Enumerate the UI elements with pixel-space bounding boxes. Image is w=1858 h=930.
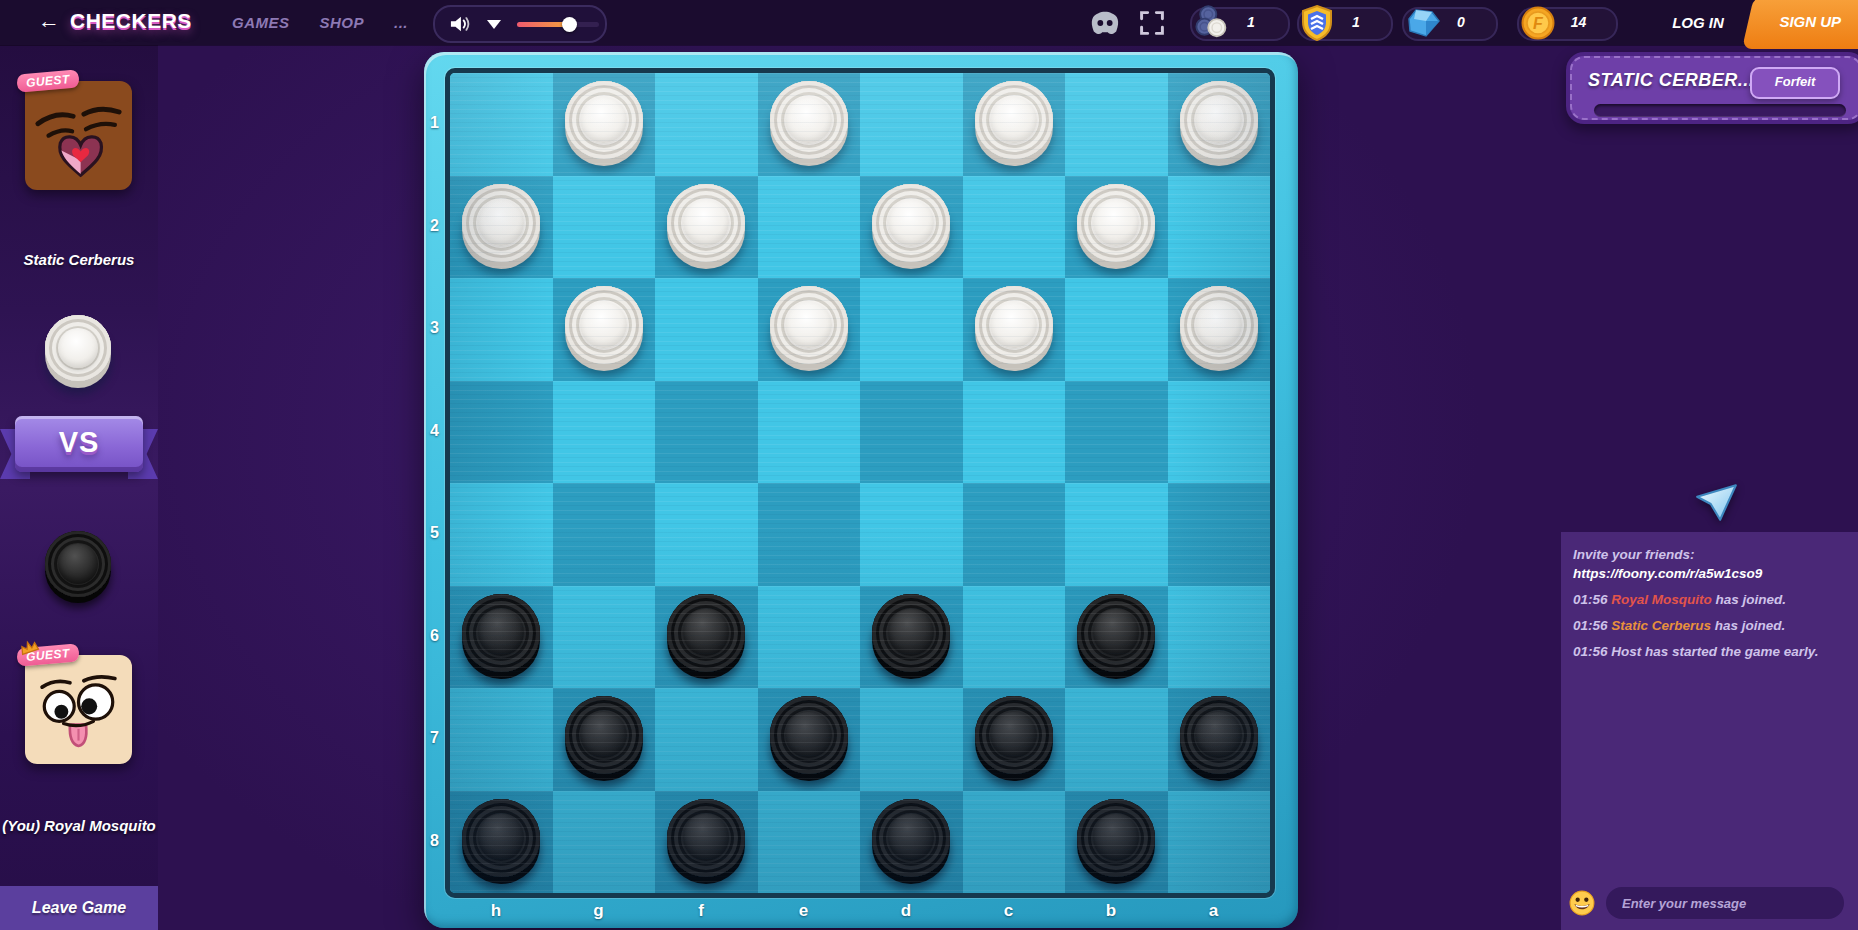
square-f4[interactable]	[655, 381, 758, 484]
white-man-a1[interactable]	[1180, 81, 1258, 159]
back-arrow-icon[interactable]: ←	[38, 8, 60, 34]
square-f8[interactable]	[655, 791, 758, 894]
chat-message-input[interactable]	[1606, 887, 1844, 919]
volume-slider[interactable]	[517, 22, 599, 27]
black-man-e7[interactable]	[770, 696, 848, 774]
square-h1[interactable]	[450, 73, 553, 176]
discord-icon[interactable]	[1086, 9, 1124, 37]
black-man-d8[interactable]	[872, 799, 950, 877]
square-d4[interactable]	[860, 381, 963, 484]
square-d8[interactable]	[860, 791, 963, 894]
square-f7[interactable]	[655, 688, 758, 791]
row-label-2: 2	[424, 217, 445, 235]
fullscreen-icon[interactable]	[1139, 10, 1165, 36]
square-e4[interactable]	[758, 381, 861, 484]
square-h3[interactable]	[450, 278, 553, 381]
row-label-7: 7	[424, 729, 445, 747]
square-c1[interactable]	[963, 73, 1066, 176]
coins-counter[interactable]: F 14	[1517, 7, 1618, 41]
square-g2[interactable]	[553, 176, 656, 279]
chat-messages: Invite your friends:https://foony.com/r/…	[1573, 546, 1845, 669]
googly-tongue-face	[25, 655, 132, 762]
black-man-g7[interactable]	[565, 696, 643, 774]
col-label-a: a	[1194, 901, 1234, 921]
square-b5[interactable]	[1065, 483, 1168, 586]
square-d3[interactable]	[860, 278, 963, 381]
col-label-d: d	[886, 901, 926, 921]
square-e2[interactable]	[758, 176, 861, 279]
square-a5[interactable]	[1168, 483, 1271, 586]
leave-game-button[interactable]: Leave Game	[0, 886, 158, 930]
square-e3[interactable]	[758, 278, 861, 381]
white-man-c1[interactable]	[975, 81, 1053, 159]
black-man-a7[interactable]	[1180, 696, 1258, 774]
square-b6[interactable]	[1065, 586, 1168, 689]
square-g8[interactable]	[553, 791, 656, 894]
white-man-d2[interactable]	[872, 184, 950, 262]
black-man-b8[interactable]	[1077, 799, 1155, 877]
square-a7[interactable]	[1168, 688, 1271, 791]
black-man-b6[interactable]	[1077, 594, 1155, 672]
square-g7[interactable]	[553, 688, 656, 791]
square-g4[interactable]	[553, 381, 656, 484]
col-label-c: c	[989, 901, 1029, 921]
row-label-1: 1	[424, 114, 445, 132]
white-piece-indicator	[45, 315, 111, 381]
main-nav: GAMESSHOP...	[232, 0, 408, 45]
square-h7[interactable]	[450, 688, 553, 791]
white-man-c3[interactable]	[975, 286, 1053, 364]
square-g6[interactable]	[553, 586, 656, 689]
nav-games[interactable]: GAMES	[232, 14, 290, 31]
square-g5[interactable]	[553, 483, 656, 586]
square-h2[interactable]	[450, 176, 553, 279]
chat-message: 01:56 Static Cerberus has joined.	[1573, 617, 1845, 634]
square-c5[interactable]	[963, 483, 1066, 586]
square-f2[interactable]	[655, 176, 758, 279]
opponent-card-inner: STATIC CERBER... Forfeit	[1570, 56, 1858, 120]
checkers-game-screen: ← CHECKERS GAMESSHOP...	[0, 0, 1858, 930]
white-man-f2[interactable]	[667, 184, 745, 262]
checkers-board	[445, 68, 1275, 898]
square-d2[interactable]	[860, 176, 963, 279]
opponent-avatar: GUEST	[25, 81, 132, 190]
coins-count: 14	[1519, 14, 1616, 30]
square-b7[interactable]	[1065, 688, 1168, 791]
square-d1[interactable]	[860, 73, 963, 176]
chat-message: 01:56 Host has started the game early.	[1573, 643, 1845, 660]
gems-counter[interactable]: 0	[1402, 7, 1498, 41]
square-d5[interactable]	[860, 483, 963, 586]
players-counter[interactable]: 1	[1190, 7, 1290, 41]
square-c4[interactable]	[963, 381, 1066, 484]
vs-label: VS	[15, 426, 143, 459]
square-a8[interactable]	[1168, 791, 1271, 894]
level-count: 1	[1299, 14, 1391, 30]
col-label-g: g	[579, 901, 619, 921]
vs-ribbon: VS	[15, 416, 143, 472]
speaker-icon[interactable]	[449, 14, 471, 34]
board-grid	[450, 73, 1270, 893]
chevron-down-icon[interactable]	[487, 20, 501, 29]
opponent-turn-card: STATIC CERBER... Forfeit	[1566, 52, 1858, 124]
white-man-b2[interactable]	[1077, 184, 1155, 262]
black-piece-indicator	[45, 531, 111, 597]
square-c2[interactable]	[963, 176, 1066, 279]
row-label-3: 3	[424, 319, 445, 337]
square-b1[interactable]	[1065, 73, 1168, 176]
black-man-f6[interactable]	[667, 594, 745, 672]
white-man-g3[interactable]	[565, 286, 643, 364]
square-f3[interactable]	[655, 278, 758, 381]
square-c8[interactable]	[963, 791, 1066, 894]
square-e1[interactable]	[758, 73, 861, 176]
square-b8[interactable]	[1065, 791, 1168, 894]
col-label-e: e	[784, 901, 824, 921]
row-label-4: 4	[424, 422, 445, 440]
col-label-f: f	[681, 901, 721, 921]
chat-input-row	[1561, 886, 1858, 920]
square-a1[interactable]	[1168, 73, 1271, 176]
black-man-f8[interactable]	[667, 799, 745, 877]
square-e8[interactable]	[758, 791, 861, 894]
you-avatar: GUEST	[25, 655, 132, 764]
square-h4[interactable]	[450, 381, 553, 484]
square-e5[interactable]	[758, 483, 861, 586]
white-man-a3[interactable]	[1180, 286, 1258, 364]
square-b2[interactable]	[1065, 176, 1168, 279]
square-a4[interactable]	[1168, 381, 1271, 484]
players-count: 1	[1192, 14, 1288, 30]
square-c3[interactable]	[963, 278, 1066, 381]
players-sidebar: GUEST Static Cerberus VS	[0, 45, 158, 930]
vs-banner: VS	[0, 413, 158, 479]
you-name: (You) Royal Mosquito	[0, 817, 158, 834]
chat-message: Invite your friends:	[1573, 546, 1845, 563]
square-b3[interactable]	[1065, 278, 1168, 381]
square-h6[interactable]	[450, 586, 553, 689]
square-d6[interactable]	[860, 586, 963, 689]
row-label-8: 8	[424, 832, 445, 850]
nav-shop[interactable]: SHOP	[320, 14, 365, 31]
black-man-c7[interactable]	[975, 696, 1053, 774]
white-man-g1[interactable]	[565, 81, 643, 159]
square-c7[interactable]	[963, 688, 1066, 791]
white-man-h2[interactable]	[462, 184, 540, 262]
sign-up-button[interactable]: SIGN UP	[1742, 0, 1858, 49]
square-a3[interactable]	[1168, 278, 1271, 381]
square-e6[interactable]	[758, 586, 861, 689]
nav-more-menu[interactable]: ...	[394, 14, 408, 31]
turn-timer-bar	[1594, 104, 1846, 117]
opponent-name: Static Cerberus	[0, 251, 158, 268]
square-f1[interactable]	[655, 73, 758, 176]
black-man-h6[interactable]	[462, 594, 540, 672]
square-h8[interactable]	[450, 791, 553, 894]
square-c6[interactable]	[963, 586, 1066, 689]
square-g1[interactable]	[553, 73, 656, 176]
col-label-h: h	[476, 901, 516, 921]
forfeit-button[interactable]: Forfeit	[1750, 67, 1840, 99]
opponent-card-name: STATIC CERBER...	[1588, 70, 1754, 91]
board-frame: 12345678 hgfedcba	[424, 52, 1298, 928]
white-man-e1[interactable]	[770, 81, 848, 159]
square-g3[interactable]	[553, 278, 656, 381]
square-d7[interactable]	[860, 688, 963, 791]
black-man-d6[interactable]	[872, 594, 950, 672]
level-counter[interactable]: 1	[1297, 7, 1393, 41]
app-logo: CHECKERS	[70, 9, 192, 33]
black-man-h8[interactable]	[462, 799, 540, 877]
square-b4[interactable]	[1065, 381, 1168, 484]
emoji-icon[interactable]	[1569, 890, 1595, 916]
mouse-cursor	[1694, 482, 1740, 524]
chat-message: 01:56 Royal Mosquito has joined.	[1573, 591, 1845, 608]
row-label-5: 5	[424, 524, 445, 542]
sign-up-label: SIGN UP	[1748, 0, 1858, 47]
white-man-e3[interactable]	[770, 286, 848, 364]
top-bar: ← CHECKERS GAMESSHOP...	[0, 0, 1858, 45]
chat-message: https://foony.com/r/a5w1cso9	[1573, 565, 1845, 582]
chat-panel: Invite your friends:https://foony.com/r/…	[1561, 532, 1858, 930]
gems-count: 0	[1404, 14, 1496, 30]
col-label-b: b	[1091, 901, 1131, 921]
row-label-6: 6	[424, 627, 445, 645]
square-h5[interactable]	[450, 483, 553, 586]
sleepy-kiss-face	[25, 81, 132, 188]
log-in-button[interactable]: LOG IN	[1655, 0, 1741, 45]
square-a2[interactable]	[1168, 176, 1271, 279]
square-f5[interactable]	[655, 483, 758, 586]
volume-control[interactable]	[433, 5, 607, 43]
square-f6[interactable]	[655, 586, 758, 689]
volume-slider-knob[interactable]	[562, 17, 577, 32]
square-a6[interactable]	[1168, 586, 1271, 689]
square-e7[interactable]	[758, 688, 861, 791]
